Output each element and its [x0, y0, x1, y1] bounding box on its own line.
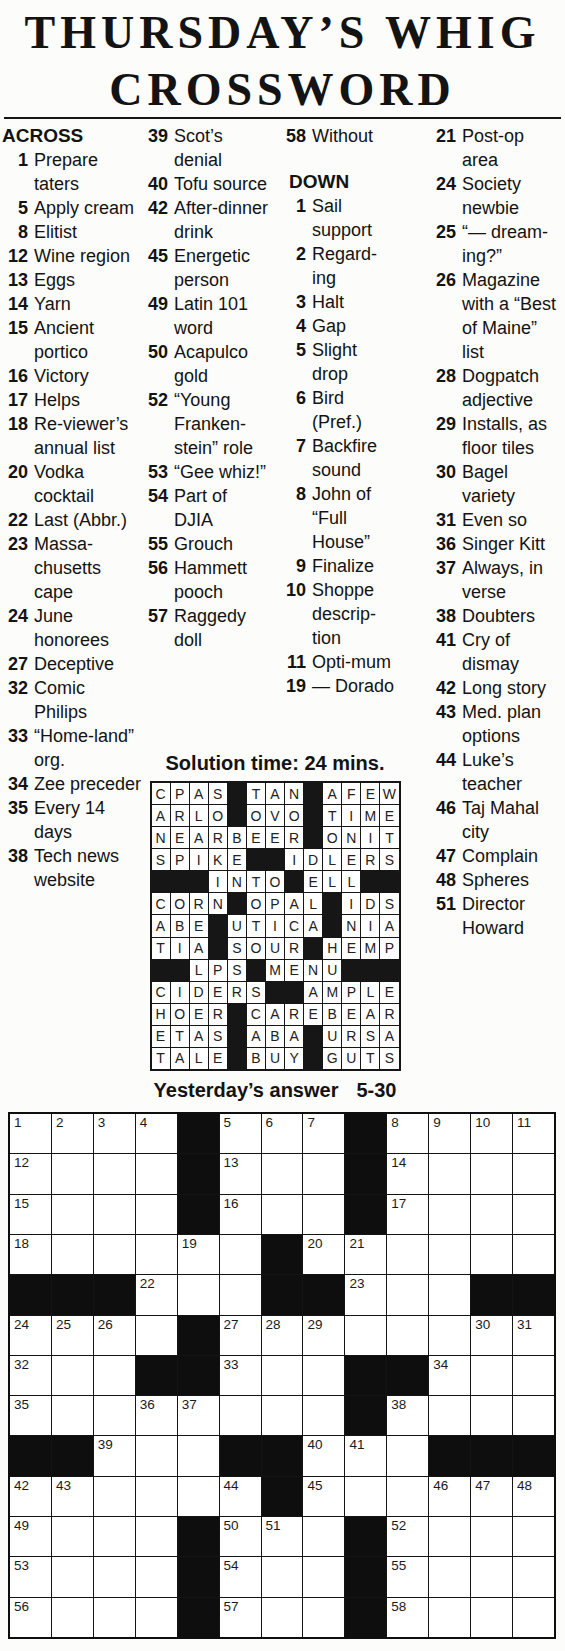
clue-item: 20Vodka cocktail — [2, 460, 142, 508]
solution-black-cell — [247, 849, 265, 870]
solution-cell: N — [209, 893, 227, 914]
solution-cell: D — [304, 849, 322, 870]
puzzle-cell[interactable] — [52, 1557, 93, 1596]
puzzle-cell[interactable]: 25 — [52, 1316, 93, 1355]
puzzle-cell[interactable]: 35 — [10, 1396, 51, 1435]
puzzle-cell[interactable] — [513, 1598, 554, 1637]
clue-text: Halt — [312, 290, 398, 314]
clue-number: 23 — [2, 532, 28, 604]
clue-item: 24Society newbie — [430, 172, 564, 220]
puzzle-cell[interactable] — [52, 1598, 93, 1637]
puzzle-cell[interactable] — [220, 1235, 261, 1274]
puzzle-cell[interactable] — [94, 1477, 135, 1516]
clue-item: 36Singer Kitt — [430, 532, 564, 556]
clue-text: Luke’s teacher — [462, 748, 564, 796]
cell-number: 2 — [56, 1115, 64, 1130]
puzzle-cell[interactable]: 45 — [303, 1477, 344, 1516]
puzzle-cell[interactable]: 31 — [513, 1316, 554, 1355]
puzzle-cell[interactable] — [513, 1195, 554, 1234]
puzzle-cell[interactable]: 22 — [136, 1275, 177, 1314]
puzzle-cell[interactable]: 38 — [387, 1396, 428, 1435]
cell-number: 14 — [391, 1155, 406, 1170]
puzzle-cell[interactable] — [178, 1275, 219, 1314]
clue-item: 17Helps — [2, 388, 142, 412]
solution-cell: M — [361, 805, 379, 826]
puzzle-cell[interactable] — [387, 1436, 428, 1475]
solution-cell: E — [380, 805, 398, 826]
puzzle-cell[interactable]: 43 — [52, 1477, 93, 1516]
cell-number: 30 — [475, 1317, 490, 1332]
puzzle-cell[interactable] — [429, 1557, 470, 1596]
puzzle-black-cell — [178, 1154, 219, 1193]
puzzle-cell[interactable] — [303, 1356, 344, 1395]
puzzle-black-cell — [345, 1557, 386, 1596]
puzzle-cell[interactable]: 50 — [220, 1517, 261, 1556]
puzzle-cell[interactable] — [429, 1195, 470, 1234]
puzzle-cell[interactable]: 18 — [10, 1235, 51, 1274]
solution-cell: A — [190, 938, 208, 959]
puzzle-cell[interactable] — [94, 1195, 135, 1234]
puzzle-cell[interactable] — [136, 1477, 177, 1516]
solution-cell: I — [266, 915, 284, 936]
clue-item: 2Regard-ing — [280, 242, 398, 290]
cell-number: 53 — [14, 1558, 29, 1573]
puzzle-cell[interactable] — [513, 1517, 554, 1556]
clue-text: Scot’s denial — [174, 124, 270, 172]
puzzle-cell[interactable]: 17 — [387, 1195, 428, 1234]
solution-cell: A — [266, 783, 284, 804]
solution-cell: E — [342, 849, 360, 870]
puzzle-cell[interactable]: 49 — [10, 1517, 51, 1556]
solution-cell: E — [190, 915, 208, 936]
solution-cell: N — [285, 783, 303, 804]
clue-item: 56Hammett pooch — [142, 556, 270, 604]
puzzle-cell[interactable]: 36 — [136, 1396, 177, 1435]
solution-cell: U — [266, 1048, 284, 1069]
puzzle-cell[interactable]: 30 — [471, 1316, 512, 1355]
puzzle-cell[interactable]: 1 — [10, 1114, 51, 1153]
solution-cell: S — [247, 982, 265, 1003]
puzzle-cell[interactable]: 58 — [387, 1598, 428, 1637]
puzzle-cell[interactable]: 57 — [220, 1598, 261, 1637]
puzzle-cell[interactable] — [52, 1517, 93, 1556]
clue-number: 52 — [142, 388, 168, 460]
puzzle-cell[interactable] — [471, 1195, 512, 1234]
solution-cell: E — [190, 1004, 208, 1025]
puzzle-cell[interactable] — [136, 1195, 177, 1234]
puzzle-cell[interactable] — [471, 1396, 512, 1435]
solution-cell: P — [342, 982, 360, 1003]
puzzle-cell[interactable] — [387, 1477, 428, 1516]
clue-number: 22 — [2, 508, 28, 532]
clue-text: Opti-mum — [312, 650, 398, 674]
cell-number: 5 — [224, 1115, 232, 1130]
puzzle-cell[interactable] — [513, 1557, 554, 1596]
clue-text: Med. plan options — [462, 700, 564, 748]
solution-cell: O — [247, 805, 265, 826]
solution-black-cell — [171, 960, 189, 981]
puzzle-cell[interactable]: 24 — [10, 1316, 51, 1355]
solution-black-cell — [209, 938, 227, 959]
solution-cell: O — [171, 1004, 189, 1025]
clue-text: Latin 101 word — [174, 292, 270, 340]
puzzle-black-cell — [52, 1436, 93, 1475]
puzzle-cell[interactable] — [220, 1275, 261, 1314]
clue-text: Dogpatch adjective — [462, 364, 564, 412]
solution-cell: R — [342, 1026, 360, 1047]
solution-cell: B — [247, 1048, 265, 1069]
puzzle-cell[interactable] — [429, 1396, 470, 1435]
puzzle-cell[interactable]: 14 — [387, 1154, 428, 1193]
clue-item: 1Sail support — [280, 194, 398, 242]
puzzle-cell[interactable]: 32 — [10, 1356, 51, 1395]
puzzle-cell[interactable]: 39 — [94, 1436, 135, 1475]
clue-item: 55Grouch — [142, 532, 270, 556]
cell-number: 51 — [266, 1518, 281, 1533]
solution-black-cell — [190, 871, 208, 892]
clue-number: 41 — [430, 628, 456, 676]
clue-item: 8John of “Full House” — [280, 482, 398, 554]
clue-item: 11Opti-mum — [280, 650, 398, 674]
cell-number: 9 — [433, 1115, 441, 1130]
clue-item: 38Doubters — [430, 604, 564, 628]
puzzle-cell[interactable] — [513, 1154, 554, 1193]
puzzle-title-line2: CROSSWORD — [0, 61, 565, 118]
clue-text: Hammett pooch — [174, 556, 270, 604]
cell-number: 35 — [14, 1397, 29, 1412]
cell-number: 22 — [140, 1276, 155, 1291]
clue-number: 5 — [2, 196, 28, 220]
puzzle-cell[interactable] — [52, 1154, 93, 1193]
solution-cell: O — [266, 871, 284, 892]
solution-cell: Y — [285, 1048, 303, 1069]
puzzle-black-cell — [178, 1598, 219, 1637]
puzzle-cell[interactable]: 15 — [10, 1195, 51, 1234]
puzzle-cell[interactable] — [387, 1235, 428, 1274]
cell-number: 33 — [224, 1357, 239, 1372]
cell-number: 3 — [98, 1115, 106, 1130]
solution-cell: S — [228, 938, 246, 959]
puzzle-cell[interactable] — [513, 1235, 554, 1274]
puzzle-black-cell — [513, 1436, 554, 1475]
puzzle-black-cell — [178, 1114, 219, 1153]
solution-cell: M — [266, 960, 284, 981]
puzzle-cell[interactable] — [52, 1235, 93, 1274]
solution-cell: E — [285, 960, 303, 981]
puzzle-cell[interactable] — [471, 1235, 512, 1274]
cell-number: 38 — [391, 1397, 406, 1412]
clue-item: 5Slight drop — [280, 338, 398, 386]
solution-cell: N — [342, 827, 360, 848]
clue-text: “— dream-ing?” — [462, 220, 564, 268]
cell-number: 21 — [349, 1236, 364, 1251]
puzzle-cell[interactable]: 44 — [220, 1477, 261, 1516]
solution-cell: A — [380, 915, 398, 936]
puzzle-cell[interactable]: 16 — [220, 1195, 261, 1234]
puzzle-cell[interactable] — [387, 1316, 428, 1355]
solution-cell: O — [323, 827, 341, 848]
solution-cell: L — [304, 893, 322, 914]
solution-cell: A — [190, 827, 208, 848]
puzzle-cell[interactable]: 48 — [513, 1477, 554, 1516]
puzzle-cell[interactable] — [429, 1275, 470, 1314]
puzzle-cell[interactable] — [178, 1477, 219, 1516]
puzzle-black-cell — [345, 1598, 386, 1637]
puzzle-cell[interactable]: 28 — [262, 1316, 303, 1355]
puzzle-cell[interactable]: 52 — [387, 1517, 428, 1556]
solution-black-cell — [228, 783, 246, 804]
puzzle-cell[interactable]: 56 — [10, 1598, 51, 1637]
puzzle-cell[interactable]: 47 — [471, 1477, 512, 1516]
cell-number: 46 — [433, 1478, 448, 1493]
puzzle-cell[interactable] — [262, 1154, 303, 1193]
puzzle-cell[interactable] — [471, 1598, 512, 1637]
puzzle-cell[interactable]: 51 — [262, 1517, 303, 1556]
puzzle-black-cell — [262, 1477, 303, 1516]
puzzle-cell[interactable] — [429, 1154, 470, 1193]
solution-cell: O — [209, 805, 227, 826]
solution-cell: E — [171, 827, 189, 848]
clue-number: 35 — [2, 796, 28, 844]
clue-number: 4 — [280, 314, 306, 338]
cell-number: 16 — [224, 1196, 239, 1211]
clue-item: 16Victory — [2, 364, 142, 388]
puzzle-black-cell — [303, 1275, 344, 1314]
solution-cell: H — [152, 1004, 170, 1025]
solution-cell: I — [171, 982, 189, 1003]
puzzle-cell[interactable] — [345, 1316, 386, 1355]
solution-black-cell — [304, 1026, 322, 1047]
puzzle-cell[interactable] — [94, 1235, 135, 1274]
puzzle-black-cell — [345, 1396, 386, 1435]
clue-number: 51 — [430, 892, 456, 940]
solution-cell: S — [209, 1026, 227, 1047]
puzzle-cell[interactable] — [262, 1356, 303, 1395]
puzzle-cell[interactable] — [136, 1598, 177, 1637]
clue-item: 57Raggedy doll — [142, 604, 270, 652]
clue-column-3: 58WithoutDOWN1Sail support2Regard-ing3Ha… — [280, 124, 398, 698]
clue-number: 14 — [2, 292, 28, 316]
solution-cell: E — [361, 783, 379, 804]
clue-number: 42 — [430, 676, 456, 700]
cell-number: 54 — [224, 1558, 239, 1573]
clue-text: Spheres — [462, 868, 564, 892]
clue-number: 20 — [2, 460, 28, 508]
puzzle-cell[interactable] — [471, 1557, 512, 1596]
puzzle-cell[interactable] — [136, 1316, 177, 1355]
puzzle-cell[interactable] — [94, 1517, 135, 1556]
puzzle-cell[interactable]: 55 — [387, 1557, 428, 1596]
cell-number: 4 — [140, 1115, 148, 1130]
solution-cell: W — [380, 783, 398, 804]
clue-number: 48 — [430, 868, 456, 892]
clue-item: 10Shoppe descrip-tion — [280, 578, 398, 650]
puzzle-cell[interactable] — [52, 1396, 93, 1435]
clue-number: 18 — [2, 412, 28, 460]
puzzle-cell[interactable]: 7 — [303, 1114, 344, 1153]
puzzle-cell[interactable]: 12 — [10, 1154, 51, 1193]
cell-number: 1 — [14, 1115, 22, 1130]
solution-cell: U — [266, 938, 284, 959]
puzzle-cell[interactable] — [303, 1396, 344, 1435]
solution-cell: B — [228, 827, 246, 848]
solution-cell: D — [190, 982, 208, 1003]
solution-cell: I — [361, 827, 379, 848]
clue-item: 13Eggs — [2, 268, 142, 292]
clue-text: Victory — [34, 364, 142, 388]
clue-number: 27 — [2, 652, 28, 676]
puzzle-cell[interactable] — [262, 1598, 303, 1637]
solution-cell: A — [285, 1026, 303, 1047]
solution-cell: S — [380, 893, 398, 914]
puzzle-cell[interactable] — [429, 1598, 470, 1637]
clue-item: 35Every 14 days — [2, 796, 142, 844]
puzzle-cell[interactable] — [136, 1235, 177, 1274]
puzzle-cell[interactable] — [303, 1517, 344, 1556]
puzzle-cell[interactable] — [303, 1598, 344, 1637]
solution-cell: N — [228, 871, 246, 892]
puzzle-cell[interactable] — [52, 1195, 93, 1234]
puzzle-cell[interactable]: 2 — [52, 1114, 93, 1153]
clue-text: Taj Mahal city — [462, 796, 564, 844]
clue-item: 6Bird (Pref.) — [280, 386, 398, 434]
puzzle-black-cell — [136, 1356, 177, 1395]
solution-cell: C — [152, 982, 170, 1003]
puzzle-cell[interactable] — [262, 1195, 303, 1234]
puzzle-cell[interactable]: 29 — [303, 1316, 344, 1355]
solution-cell: A — [190, 783, 208, 804]
puzzle-cell[interactable]: 27 — [220, 1316, 261, 1355]
puzzle-cell[interactable]: 42 — [10, 1477, 51, 1516]
solution-black-cell — [228, 893, 246, 914]
clue-text: Deceptive — [34, 652, 142, 676]
puzzle-cell[interactable]: 21 — [345, 1235, 386, 1274]
clue-text: Grouch — [174, 532, 270, 556]
puzzle-cell[interactable]: 37 — [178, 1396, 219, 1435]
puzzle-cell[interactable] — [262, 1396, 303, 1435]
puzzle-cell[interactable] — [429, 1517, 470, 1556]
clue-text: Shoppe descrip-tion — [312, 578, 398, 650]
puzzle-cell[interactable] — [220, 1396, 261, 1435]
solution-cell: R — [285, 827, 303, 848]
puzzle-cell[interactable]: 4 — [136, 1114, 177, 1153]
solution-cell: S — [152, 849, 170, 870]
puzzle-cell[interactable]: 41 — [345, 1436, 386, 1475]
puzzle-cell[interactable] — [262, 1557, 303, 1596]
clue-column-4: 21Post-op area24Society newbie25“— dream… — [430, 124, 564, 940]
solution-cell: G — [323, 1048, 341, 1069]
solution-cell: L — [342, 871, 360, 892]
solution-cell: R — [228, 982, 246, 1003]
puzzle-cell[interactable]: 8 — [387, 1114, 428, 1153]
solution-panel: Solution time: 24 mins. CPASTANAFEWARLOO… — [146, 752, 404, 1102]
solution-cell: A — [285, 893, 303, 914]
puzzle-cell[interactable]: 40 — [303, 1436, 344, 1475]
puzzle-cell[interactable] — [471, 1517, 512, 1556]
puzzle-cell[interactable]: 20 — [303, 1235, 344, 1274]
solution-cell: F — [342, 783, 360, 804]
solution-cell: L — [323, 849, 341, 870]
cell-number: 7 — [307, 1115, 315, 1130]
puzzle-cell[interactable]: 23 — [345, 1275, 386, 1314]
solution-black-cell — [304, 827, 322, 848]
puzzle-cell[interactable]: 53 — [10, 1557, 51, 1596]
puzzle-cell[interactable] — [136, 1557, 177, 1596]
puzzle-cell[interactable] — [136, 1436, 177, 1475]
puzzle-cell[interactable] — [52, 1356, 93, 1395]
puzzle-cell[interactable]: 54 — [220, 1557, 261, 1596]
puzzle-cell[interactable]: 33 — [220, 1356, 261, 1395]
solution-cell: N — [304, 960, 322, 981]
puzzle-cell[interactable]: 3 — [94, 1114, 135, 1153]
clue-text: Wine region — [34, 244, 142, 268]
cell-number: 17 — [391, 1196, 406, 1211]
puzzle-cell[interactable]: 34 — [429, 1356, 470, 1395]
cell-number: 44 — [224, 1478, 239, 1493]
puzzle-cell[interactable]: 46 — [429, 1477, 470, 1516]
puzzle-cell[interactable]: 13 — [220, 1154, 261, 1193]
puzzle-black-cell — [178, 1356, 219, 1395]
puzzle-cell[interactable] — [429, 1235, 470, 1274]
clue-number: 34 — [2, 772, 28, 796]
puzzle-cell[interactable] — [303, 1154, 344, 1193]
puzzle-cell[interactable]: 10 — [471, 1114, 512, 1153]
puzzle-cell[interactable]: 19 — [178, 1235, 219, 1274]
puzzle-cell[interactable] — [94, 1598, 135, 1637]
cell-number: 40 — [307, 1437, 322, 1452]
puzzle-cell[interactable]: 11 — [513, 1114, 554, 1153]
clue-item: 30Bagel variety — [430, 460, 564, 508]
puzzle-cell[interactable] — [513, 1356, 554, 1395]
puzzle-cell[interactable] — [429, 1316, 470, 1355]
solution-cell: I — [171, 938, 189, 959]
cell-number: 23 — [349, 1276, 364, 1291]
cell-number: 31 — [517, 1317, 532, 1332]
puzzle-cell[interactable]: 5 — [220, 1114, 261, 1153]
clue-text: Yarn — [34, 292, 142, 316]
puzzle-cell[interactable]: 6 — [262, 1114, 303, 1153]
puzzle-cell[interactable] — [387, 1275, 428, 1314]
puzzle-cell[interactable] — [471, 1154, 512, 1193]
puzzle-cell[interactable] — [136, 1517, 177, 1556]
puzzle-cell[interactable]: 9 — [429, 1114, 470, 1153]
clue-item: 23Massa-chusetts cape — [2, 532, 142, 604]
clue-number: 53 — [142, 460, 168, 484]
clue-number: 11 — [280, 650, 306, 674]
solution-cell: T — [247, 915, 265, 936]
puzzle-cell[interactable] — [303, 1195, 344, 1234]
puzzle-cell[interactable] — [136, 1154, 177, 1193]
puzzle-cell[interactable] — [94, 1154, 135, 1193]
puzzle-cell[interactable] — [94, 1557, 135, 1596]
puzzle-cell[interactable] — [345, 1477, 386, 1516]
clue-text: Gap — [312, 314, 398, 338]
solution-cell: A — [190, 1026, 208, 1047]
solution-cell: T — [247, 871, 265, 892]
puzzle-cell[interactable] — [303, 1557, 344, 1596]
clue-number: 2 — [280, 242, 306, 290]
puzzle-cell[interactable]: 26 — [94, 1316, 135, 1355]
clue-text: Massa-chusetts cape — [34, 532, 142, 604]
puzzle-cell[interactable] — [94, 1396, 135, 1435]
puzzle-cell[interactable] — [513, 1396, 554, 1435]
puzzle-cell[interactable] — [94, 1356, 135, 1395]
clue-text: Bagel variety — [462, 460, 564, 508]
puzzle-cell[interactable] — [178, 1436, 219, 1475]
solution-cell: A — [171, 1048, 189, 1069]
cell-number: 8 — [391, 1115, 399, 1130]
puzzle-cell[interactable] — [471, 1356, 512, 1395]
